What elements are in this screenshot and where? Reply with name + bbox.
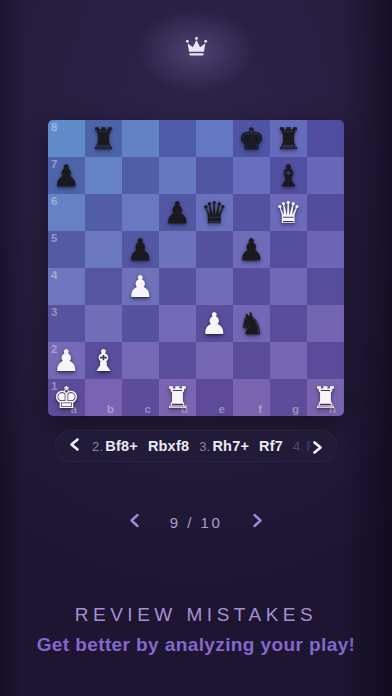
square-e2[interactable]: [196, 342, 233, 379]
square-b2[interactable]: ♝: [85, 342, 122, 379]
black-pawn-d6: ♟: [164, 198, 191, 228]
square-a3[interactable]: 3: [48, 305, 85, 342]
black-pawn-a7: ♟: [53, 161, 80, 191]
white-pawn-e3: ♟: [201, 309, 228, 339]
square-c3[interactable]: [122, 305, 159, 342]
page-subtitle: Get better by analyzing your play!: [0, 634, 392, 656]
square-e8[interactable]: [196, 120, 233, 157]
square-c4[interactable]: ♟: [122, 268, 159, 305]
square-b1[interactable]: b: [85, 379, 122, 416]
rank-label: 6: [51, 195, 57, 207]
square-d3[interactable]: [159, 305, 196, 342]
square-b8[interactable]: ♜: [85, 120, 122, 157]
white-rook-d1: ♜: [164, 383, 191, 413]
square-b6[interactable]: [85, 194, 122, 231]
square-f3[interactable]: ♞: [233, 305, 270, 342]
queen-crown-icon: [184, 36, 209, 61]
black-queen-e6: ♛: [201, 198, 228, 228]
square-g1[interactable]: g: [270, 379, 307, 416]
white-king-a1: ♚: [53, 383, 80, 413]
square-a8[interactable]: 8: [48, 120, 85, 157]
white-pawn-c4: ♟: [127, 272, 154, 302]
square-a6[interactable]: 6: [48, 194, 85, 231]
white-bishop-b2: ♝: [90, 346, 117, 376]
square-g4[interactable]: [270, 268, 307, 305]
square-f4[interactable]: [233, 268, 270, 305]
header: [0, 36, 392, 61]
square-d8[interactable]: [159, 120, 196, 157]
square-h2[interactable]: [307, 342, 344, 379]
square-d1[interactable]: d♜: [159, 379, 196, 416]
square-g8[interactable]: ♜: [270, 120, 307, 157]
file-label: b: [107, 403, 114, 415]
square-d4[interactable]: [159, 268, 196, 305]
file-label: f: [258, 403, 262, 415]
square-f5[interactable]: ♟: [233, 231, 270, 268]
square-h1[interactable]: h♜: [307, 379, 344, 416]
move-token: 2.: [92, 439, 103, 454]
square-c5[interactable]: ♟: [122, 231, 159, 268]
square-c1[interactable]: c: [122, 379, 159, 416]
square-e3[interactable]: ♟: [196, 305, 233, 342]
square-e7[interactable]: [196, 157, 233, 194]
move-token[interactable]: Rf7: [259, 438, 283, 454]
next-puzzle-button[interactable]: [252, 513, 263, 531]
square-a7[interactable]: 7♟: [48, 157, 85, 194]
square-a4[interactable]: 4: [48, 268, 85, 305]
square-a5[interactable]: 5: [48, 231, 85, 268]
move-token: 4.: [293, 439, 304, 454]
square-d5[interactable]: [159, 231, 196, 268]
square-e1[interactable]: e: [196, 379, 233, 416]
next-move-button[interactable]: [312, 441, 323, 457]
square-h5[interactable]: [307, 231, 344, 268]
square-g2[interactable]: [270, 342, 307, 379]
square-c2[interactable]: [122, 342, 159, 379]
square-d2[interactable]: [159, 342, 196, 379]
file-label: c: [145, 403, 151, 415]
square-b3[interactable]: [85, 305, 122, 342]
square-g3[interactable]: [270, 305, 307, 342]
square-f8[interactable]: ♚: [233, 120, 270, 157]
square-h6[interactable]: [307, 194, 344, 231]
rank-label: 5: [51, 232, 57, 244]
square-g5[interactable]: [270, 231, 307, 268]
square-f1[interactable]: f: [233, 379, 270, 416]
square-h8[interactable]: [307, 120, 344, 157]
move-token[interactable]: Bf8+: [105, 438, 138, 454]
square-f6[interactable]: [233, 194, 270, 231]
puzzle-pager: 9 / 10: [0, 510, 392, 534]
move-list: 2.Bf8+Rbxf83.Rh7+Rf74.Rxf7Qxf7: [92, 438, 317, 454]
square-f7[interactable]: [233, 157, 270, 194]
square-c7[interactable]: [122, 157, 159, 194]
square-d7[interactable]: [159, 157, 196, 194]
black-pawn-f5: ♟: [238, 235, 265, 265]
square-e6[interactable]: ♛: [196, 194, 233, 231]
square-a2[interactable]: 2♟: [48, 342, 85, 379]
white-pawn-a2: ♟: [53, 346, 80, 376]
square-b4[interactable]: [85, 268, 122, 305]
black-rook-b8: ♜: [90, 124, 117, 154]
move-token[interactable]: Rbxf8: [148, 438, 189, 454]
square-e4[interactable]: [196, 268, 233, 305]
prev-puzzle-button[interactable]: [129, 513, 140, 531]
rank-label: 3: [51, 306, 57, 318]
square-d6[interactable]: ♟: [159, 194, 196, 231]
black-pawn-c5: ♟: [127, 235, 154, 265]
square-e5[interactable]: [196, 231, 233, 268]
app-screen: 8♜♚♜7♟♝6♟♛♛5♟♟4♟3♟♞2♟♝1a♚bcd♜efgh♜ 2.Bf8…: [0, 0, 392, 696]
chess-board[interactable]: 8♜♚♜7♟♝6♟♛♛5♟♟4♟3♟♞2♟♝1a♚bcd♜efgh♜: [48, 120, 344, 416]
page-title: REVIEW MISTAKES: [0, 604, 392, 626]
square-f2[interactable]: [233, 342, 270, 379]
file-label: g: [292, 403, 299, 415]
black-knight-f3: ♞: [238, 309, 265, 339]
square-c8[interactable]: [122, 120, 159, 157]
white-rook-h1: ♜: [312, 383, 339, 413]
square-g6[interactable]: ♛: [270, 194, 307, 231]
move-list-bar: 2.Bf8+Rbxf83.Rh7+Rf74.Rxf7Qxf7: [55, 430, 337, 462]
square-b5[interactable]: [85, 231, 122, 268]
rank-label: 8: [51, 121, 57, 133]
square-g7[interactable]: ♝: [270, 157, 307, 194]
rank-label: 4: [51, 269, 57, 281]
black-bishop-g7: ♝: [275, 161, 302, 191]
black-rook-g8: ♜: [275, 124, 302, 154]
white-queen-g6: ♛: [275, 198, 302, 228]
black-king-f8: ♚: [238, 124, 265, 154]
square-a1[interactable]: 1a♚: [48, 379, 85, 416]
square-h7[interactable]: [307, 157, 344, 194]
square-c6[interactable]: [122, 194, 159, 231]
move-token: 3.: [199, 439, 210, 454]
square-h4[interactable]: [307, 268, 344, 305]
prev-move-button[interactable]: [69, 438, 80, 454]
square-h3[interactable]: [307, 305, 344, 342]
square-b7[interactable]: [85, 157, 122, 194]
file-label: e: [219, 403, 225, 415]
move-token[interactable]: Rh7+: [212, 438, 249, 454]
puzzle-counter: 9 / 10: [170, 514, 223, 531]
